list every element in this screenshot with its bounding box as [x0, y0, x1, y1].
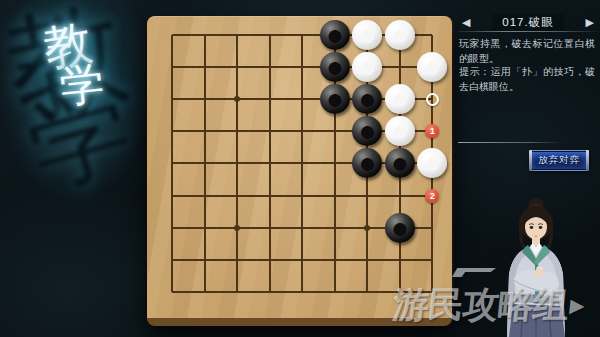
board-cell-D6[interactable] — [254, 115, 287, 147]
board-cell-E1[interactable] — [286, 276, 319, 308]
board-cell-B7[interactable] — [189, 83, 222, 115]
board-cell-J2[interactable] — [416, 244, 449, 276]
board-cell-A6[interactable] — [156, 115, 189, 147]
board-cell-J4[interactable]: 2 — [416, 179, 449, 211]
move-badge-1: 1 — [425, 124, 439, 138]
board-cell-J7[interactable] — [416, 83, 449, 115]
board-cell-G7[interactable]: ● — [351, 83, 384, 115]
board-cell-H3[interactable]: ● — [384, 212, 417, 244]
board-cell-B9[interactable] — [189, 19, 222, 51]
board-cell-A2[interactable] — [156, 244, 189, 276]
next-lesson-button[interactable]: ▶ — [582, 16, 598, 29]
board-cell-H5[interactable]: ● — [384, 147, 417, 179]
board-cell-A1[interactable] — [156, 276, 189, 308]
board-cell-F8[interactable]: ● — [319, 51, 352, 83]
board-cell-E3[interactable] — [286, 212, 319, 244]
white-stone: ● — [385, 116, 415, 146]
black-stone: ● — [352, 148, 382, 178]
lesson-header: ◀ 017.破眼 ▶ — [458, 13, 598, 31]
circle-marker — [426, 93, 439, 106]
board-cell-G3[interactable] — [351, 212, 384, 244]
board-cell-H7[interactable]: ● — [384, 83, 417, 115]
board-cell-E4[interactable] — [286, 179, 319, 211]
board-cell-D1[interactable] — [254, 276, 287, 308]
board-cell-C1[interactable] — [221, 276, 254, 308]
white-stone: ● — [352, 52, 382, 82]
board-cell-G4[interactable] — [351, 179, 384, 211]
board-cell-H2[interactable] — [384, 244, 417, 276]
board-cell-J9[interactable] — [416, 19, 449, 51]
board-cell-H4[interactable] — [384, 179, 417, 211]
board-cell-E6[interactable] — [286, 115, 319, 147]
board-cell-E5[interactable] — [286, 147, 319, 179]
board-cell-G1[interactable] — [351, 276, 384, 308]
board-cell-F7[interactable]: ● — [319, 83, 352, 115]
board-cell-B2[interactable] — [189, 244, 222, 276]
board-cell-B3[interactable] — [189, 212, 222, 244]
board-cell-D3[interactable] — [254, 212, 287, 244]
board-cell-F6[interactable] — [319, 115, 352, 147]
game-screen: 教 学 教 学 ●●●●●●●●●●●1●●●2● ◀ 017.破眼 ▶ 玩家持… — [0, 0, 600, 337]
board-cell-H9[interactable]: ● — [384, 19, 417, 51]
board-cell-F1[interactable] — [319, 276, 352, 308]
board-cell-C3[interactable] — [221, 212, 254, 244]
teaching-calligraphy: 教 学 教 学 — [0, 0, 160, 230]
move-badge-2: 2 — [425, 189, 439, 203]
board-cell-C4[interactable] — [221, 179, 254, 211]
black-stone: ● — [352, 84, 382, 114]
mascot-character — [489, 196, 577, 337]
board-cell-B1[interactable] — [189, 276, 222, 308]
resign-button[interactable]: 放弃对弈 — [530, 151, 588, 170]
board-cell-F5[interactable] — [319, 147, 352, 179]
board-cell-H1[interactable] — [384, 276, 417, 308]
board-cell-E7[interactable] — [286, 83, 319, 115]
star-point — [234, 96, 240, 102]
board-cell-D8[interactable] — [254, 51, 287, 83]
board-cell-D7[interactable] — [254, 83, 287, 115]
board-cell-J6[interactable]: 1 — [416, 115, 449, 147]
white-stone: ● — [352, 20, 382, 50]
lesson-title: 017.破眼 — [492, 14, 563, 31]
board-cell-E9[interactable] — [286, 19, 319, 51]
board-cell-A8[interactable] — [156, 51, 189, 83]
board-cell-C6[interactable] — [221, 115, 254, 147]
board-cell-G2[interactable] — [351, 244, 384, 276]
lesson-panel: ◀ 017.破眼 ▶ 玩家持黑，破去标记位置白棋的眼型。 提示：运用「扑」的技巧… — [458, 0, 598, 200]
board-cell-J1[interactable] — [416, 276, 449, 308]
board-cell-E2[interactable] — [286, 244, 319, 276]
board-cell-A9[interactable] — [156, 19, 189, 51]
board-cell-B4[interactable] — [189, 179, 222, 211]
white-stone: ● — [385, 20, 415, 50]
board-cell-F9[interactable]: ● — [319, 19, 352, 51]
board-cell-G9[interactable]: ● — [351, 19, 384, 51]
board-cell-J5[interactable]: ● — [416, 147, 449, 179]
board-cell-J8[interactable]: ● — [416, 51, 449, 83]
board-cell-C8[interactable] — [221, 51, 254, 83]
star-point — [364, 225, 370, 231]
board-cell-D5[interactable] — [254, 147, 287, 179]
black-stone: ● — [385, 148, 415, 178]
board-cell-A7[interactable] — [156, 83, 189, 115]
lesson-hint: 提示：运用「扑」的技巧，破去白棋眼位。 — [459, 65, 595, 94]
board-cell-B5[interactable] — [189, 147, 222, 179]
goban-grid: ●●●●●●●●●●●1●●●2● — [156, 19, 449, 308]
board-cell-B6[interactable] — [189, 115, 222, 147]
black-stone: ● — [320, 20, 350, 50]
board-cell-D4[interactable] — [254, 179, 287, 211]
board-cell-E8[interactable] — [286, 51, 319, 83]
board-cell-F2[interactable] — [319, 244, 352, 276]
white-stone: ● — [417, 148, 447, 178]
white-stone: ● — [417, 52, 447, 82]
board-cell-A3[interactable] — [156, 212, 189, 244]
board-cell-A4[interactable] — [156, 179, 189, 211]
board-cell-F3[interactable] — [319, 212, 352, 244]
board-cell-G8[interactable]: ● — [351, 51, 384, 83]
board-cell-H6[interactable]: ● — [384, 115, 417, 147]
black-stone: ● — [320, 52, 350, 82]
board-cell-D2[interactable] — [254, 244, 287, 276]
black-stone: ● — [352, 116, 382, 146]
goban: ●●●●●●●●●●●1●●●2● — [147, 16, 452, 326]
black-stone: ● — [385, 213, 415, 243]
header-divider — [458, 31, 598, 32]
lesson-description: 玩家持黑，破去标记位置白棋的眼型。 — [459, 37, 595, 66]
calligraphy-char-xue: 学 — [57, 54, 107, 117]
board-cell-G5[interactable]: ● — [351, 147, 384, 179]
star-point — [234, 225, 240, 231]
board-cell-C7[interactable] — [221, 83, 254, 115]
board-cell-C2[interactable] — [221, 244, 254, 276]
board-cell-C5[interactable] — [221, 147, 254, 179]
button-divider — [458, 142, 562, 143]
board-cell-C9[interactable] — [221, 19, 254, 51]
board-cell-F4[interactable] — [319, 179, 352, 211]
board-cell-G6[interactable]: ● — [351, 115, 384, 147]
white-stone: ● — [385, 84, 415, 114]
board-cell-J3[interactable] — [416, 212, 449, 244]
black-stone: ● — [320, 84, 350, 114]
board-cell-D9[interactable] — [254, 19, 287, 51]
prev-lesson-button[interactable]: ◀ — [458, 16, 474, 29]
board-cell-H8[interactable] — [384, 51, 417, 83]
board-cell-A5[interactable] — [156, 147, 189, 179]
board-cell-B8[interactable] — [189, 51, 222, 83]
